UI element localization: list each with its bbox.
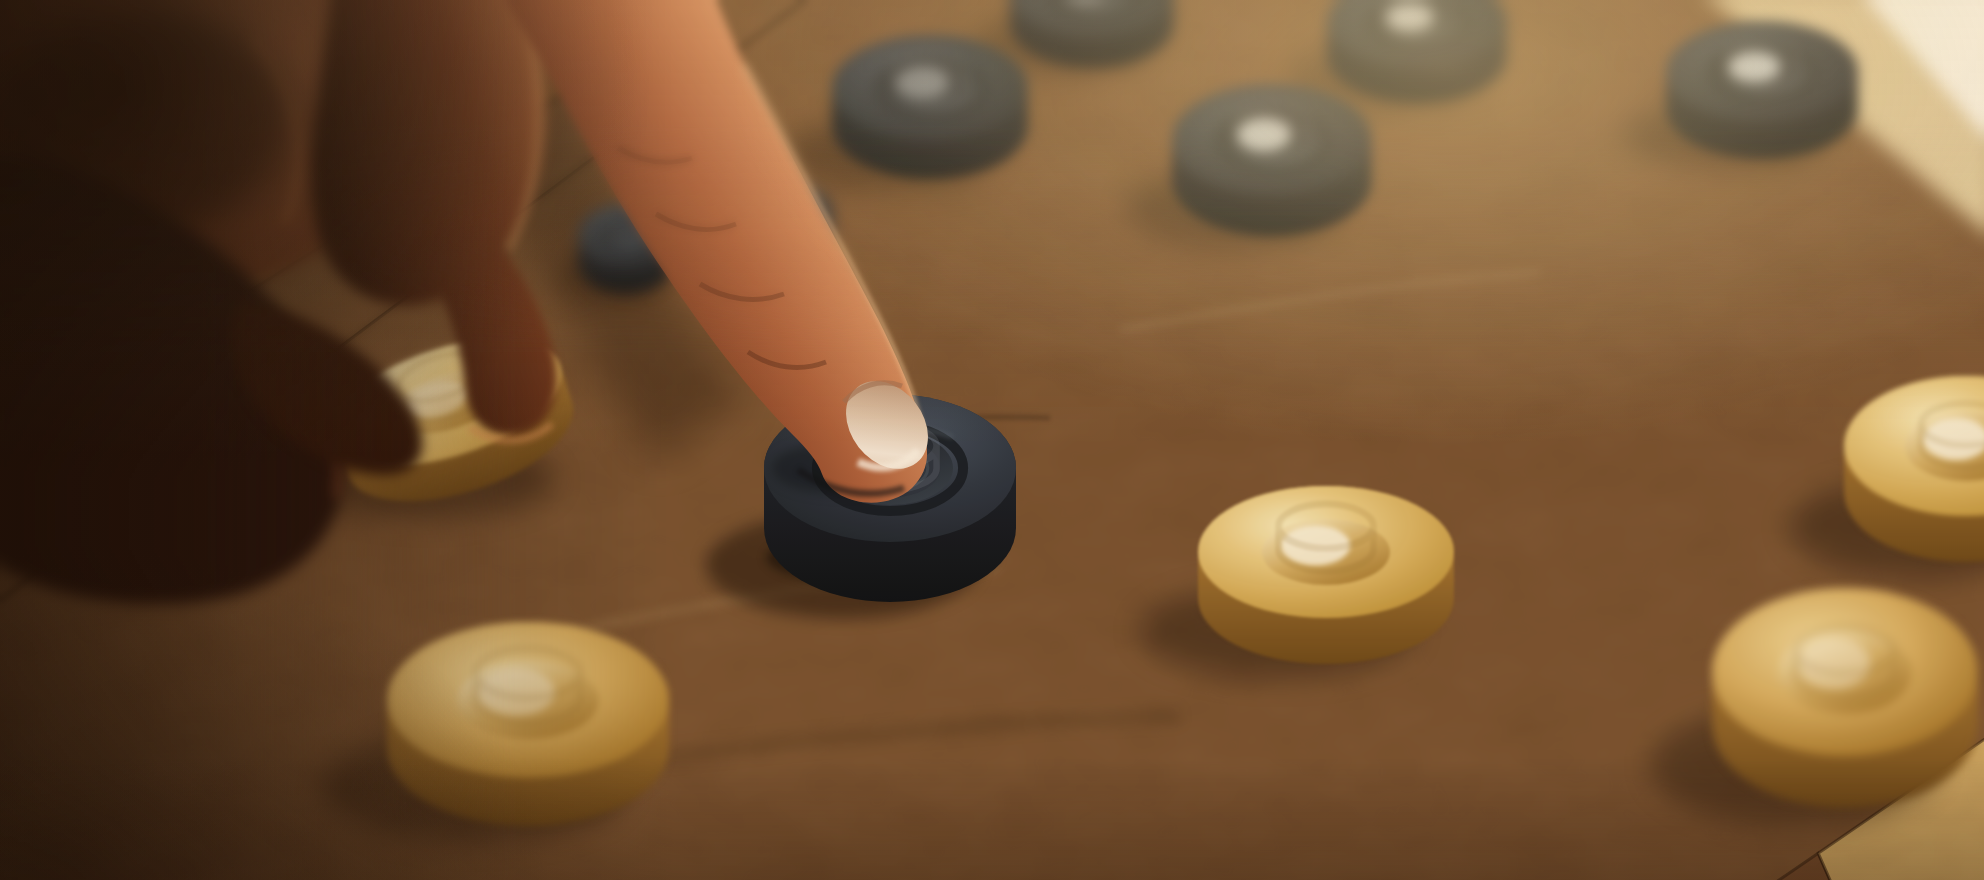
piece-dimple-highlight xyxy=(896,67,949,99)
piece-dimple-highlight xyxy=(1281,526,1350,566)
checker-piece-black[interactable]: ⛂ xyxy=(1327,0,1507,103)
piece-dimple-highlight xyxy=(1386,3,1435,31)
checkers-scene: ⛂⛂⛂⛂⛂⛂⛂⛀⛀⛂⛀⛀⛀ xyxy=(0,0,1984,880)
piece-dimple-highlight xyxy=(479,669,555,716)
piece-dimple-highlight xyxy=(1728,52,1780,83)
piece-dimple-highlight xyxy=(1237,118,1291,152)
piece-dimple-highlight xyxy=(1798,638,1870,688)
checkers-board-photo: ⛂⛂⛂⛂⛂⛂⛂⛀⛀⛂⛀⛀⛀ xyxy=(0,0,1984,880)
